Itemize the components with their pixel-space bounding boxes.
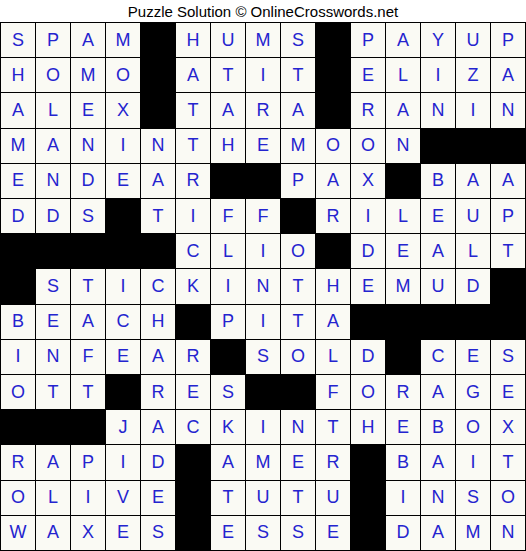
crossword-grid: SPAMHUMSPAYUPHOMOATITELIZAALEXTARARANINM… — [0, 22, 526, 551]
letter-cell: A — [281, 93, 315, 127]
black-cell — [211, 164, 245, 198]
letter-cell: R — [246, 93, 280, 127]
letter-cell: X — [106, 93, 140, 127]
letter-cell: M — [246, 445, 280, 479]
letter-cell: H — [211, 129, 245, 163]
letter-cell: P — [491, 199, 525, 233]
letter-cell: T — [281, 481, 315, 515]
letter-cell: U — [316, 481, 350, 515]
letter-cell: U — [421, 269, 455, 303]
letter-cell: E — [1, 164, 35, 198]
letter-cell: I — [211, 269, 245, 303]
letter-cell: A — [421, 516, 455, 550]
letter-cell: X — [71, 516, 105, 550]
black-cell — [351, 305, 385, 339]
letter-cell: M — [1, 129, 35, 163]
letter-cell: N — [281, 410, 315, 444]
letter-cell: U — [456, 23, 490, 57]
letter-cell: N — [491, 93, 525, 127]
letter-cell: T — [491, 234, 525, 268]
letter-cell: E — [316, 516, 350, 550]
black-cell — [491, 269, 525, 303]
black-cell — [106, 199, 140, 233]
letter-cell: A — [316, 164, 350, 198]
letter-cell: F — [246, 199, 280, 233]
letter-cell: S — [1, 23, 35, 57]
letter-cell: M — [106, 23, 140, 57]
letter-cell: C — [176, 410, 210, 444]
letter-cell: M — [386, 269, 420, 303]
letter-cell: H — [1, 58, 35, 92]
letter-cell: H — [351, 410, 385, 444]
letter-cell: P — [36, 23, 70, 57]
letter-cell: O — [281, 234, 315, 268]
letter-cell: F — [71, 340, 105, 374]
letter-cell: O — [456, 410, 490, 444]
black-cell — [491, 129, 525, 163]
letter-cell: I — [106, 269, 140, 303]
letter-cell: X — [491, 410, 525, 444]
letter-cell: H — [141, 305, 175, 339]
black-cell — [141, 93, 175, 127]
letter-cell: D — [71, 164, 105, 198]
letter-cell: A — [386, 93, 420, 127]
letter-cell: I — [456, 93, 490, 127]
letter-cell: O — [351, 129, 385, 163]
letter-cell: A — [36, 129, 70, 163]
letter-cell: R — [316, 199, 350, 233]
black-cell — [141, 23, 175, 57]
letter-cell: T — [281, 305, 315, 339]
letter-cell: A — [1, 93, 35, 127]
letter-cell: M — [71, 58, 105, 92]
letter-cell: R — [141, 375, 175, 409]
letter-cell: R — [316, 445, 350, 479]
letter-cell: M — [246, 23, 280, 57]
black-cell — [106, 375, 140, 409]
letter-cell: S — [456, 481, 490, 515]
letter-cell: E — [491, 375, 525, 409]
letter-cell: O — [316, 129, 350, 163]
letter-cell: T — [316, 410, 350, 444]
letter-cell: A — [141, 410, 175, 444]
letter-cell: A — [176, 58, 210, 92]
letter-cell: X — [351, 164, 385, 198]
letter-cell: E — [71, 93, 105, 127]
letter-cell: T — [281, 58, 315, 92]
letter-cell: I — [176, 199, 210, 233]
black-cell — [141, 234, 175, 268]
letter-cell: M — [456, 516, 490, 550]
letter-cell: A — [421, 234, 455, 268]
letter-cell: P — [71, 445, 105, 479]
letter-cell: L — [36, 481, 70, 515]
black-cell — [421, 129, 455, 163]
letter-cell: U — [456, 199, 490, 233]
letter-cell: S — [211, 375, 245, 409]
letter-cell: T — [176, 129, 210, 163]
letter-cell: D — [386, 516, 420, 550]
black-cell — [386, 340, 420, 374]
letter-cell: E — [141, 481, 175, 515]
letter-cell: N — [36, 164, 70, 198]
letter-cell: A — [386, 23, 420, 57]
letter-cell: B — [1, 305, 35, 339]
letter-cell: A — [491, 164, 525, 198]
letter-cell: R — [1, 445, 35, 479]
letter-cell: N — [141, 129, 175, 163]
letter-cell: V — [106, 481, 140, 515]
black-cell — [281, 375, 315, 409]
letter-cell: R — [176, 340, 210, 374]
letter-cell: M — [281, 129, 315, 163]
black-cell — [1, 234, 35, 268]
letter-cell: I — [386, 481, 420, 515]
letter-cell: T — [211, 58, 245, 92]
letter-cell: Y — [421, 23, 455, 57]
letter-cell: E — [351, 58, 385, 92]
letter-cell: N — [386, 129, 420, 163]
letter-cell: I — [246, 305, 280, 339]
letter-cell: E — [351, 269, 385, 303]
letter-cell: O — [36, 58, 70, 92]
letter-cell: A — [211, 93, 245, 127]
black-cell — [491, 305, 525, 339]
black-cell — [246, 375, 280, 409]
black-cell — [211, 340, 245, 374]
letter-cell: E — [386, 410, 420, 444]
letter-cell: E — [211, 516, 245, 550]
letter-cell: S — [246, 516, 280, 550]
letter-cell: F — [211, 199, 245, 233]
letter-cell: A — [36, 445, 70, 479]
letter-cell: T — [36, 375, 70, 409]
black-cell — [1, 410, 35, 444]
black-cell — [176, 481, 210, 515]
letter-cell: I — [246, 234, 280, 268]
letter-cell: S — [246, 340, 280, 374]
black-cell — [141, 58, 175, 92]
letter-cell: S — [281, 23, 315, 57]
letter-cell: N — [421, 481, 455, 515]
letter-cell: A — [36, 516, 70, 550]
black-cell — [176, 516, 210, 550]
letter-cell: A — [211, 445, 245, 479]
black-cell — [456, 129, 490, 163]
letter-cell: T — [141, 199, 175, 233]
page-title: Puzzle Solution © OnlineCrosswords.net — [0, 0, 526, 22]
letter-cell: O — [351, 375, 385, 409]
letter-cell: S — [491, 340, 525, 374]
letter-cell: A — [491, 58, 525, 92]
black-cell — [106, 234, 140, 268]
letter-cell: S — [281, 516, 315, 550]
letter-cell: A — [456, 164, 490, 198]
black-cell — [71, 410, 105, 444]
letter-cell: T — [211, 481, 245, 515]
letter-cell: E — [36, 305, 70, 339]
letter-cell: E — [386, 234, 420, 268]
letter-cell: L — [456, 234, 490, 268]
black-cell — [71, 234, 105, 268]
letter-cell: E — [421, 199, 455, 233]
letter-cell: A — [421, 445, 455, 479]
letter-cell: F — [316, 375, 350, 409]
letter-cell: A — [141, 340, 175, 374]
letter-cell: G — [456, 375, 490, 409]
letter-cell: R — [351, 93, 385, 127]
letter-cell: E — [106, 516, 140, 550]
letter-cell: N — [421, 93, 455, 127]
black-cell — [176, 445, 210, 479]
black-cell — [316, 58, 350, 92]
letter-cell: T — [71, 375, 105, 409]
letter-cell: S — [71, 199, 105, 233]
letter-cell: Z — [456, 58, 490, 92]
letter-cell: S — [141, 516, 175, 550]
black-cell — [351, 516, 385, 550]
letter-cell: O — [1, 375, 35, 409]
letter-cell: L — [316, 340, 350, 374]
letter-cell: K — [176, 269, 210, 303]
letter-cell: L — [386, 58, 420, 92]
letter-cell: O — [281, 340, 315, 374]
black-cell — [36, 410, 70, 444]
letter-cell: C — [176, 234, 210, 268]
letter-cell: H — [176, 23, 210, 57]
letter-cell: A — [71, 305, 105, 339]
black-cell — [281, 199, 315, 233]
letter-cell: C — [421, 340, 455, 374]
letter-cell: E — [176, 375, 210, 409]
letter-cell: I — [1, 340, 35, 374]
letter-cell: A — [421, 375, 455, 409]
letter-cell: B — [421, 164, 455, 198]
letter-cell: I — [351, 199, 385, 233]
letter-cell: A — [71, 23, 105, 57]
letter-cell: N — [71, 129, 105, 163]
letter-cell: L — [386, 199, 420, 233]
letter-cell: D — [36, 199, 70, 233]
letter-cell: A — [316, 305, 350, 339]
letter-cell: E — [246, 129, 280, 163]
letter-cell: T — [491, 445, 525, 479]
letter-cell: O — [106, 58, 140, 92]
letter-cell: D — [351, 340, 385, 374]
black-cell — [316, 93, 350, 127]
letter-cell: R — [386, 375, 420, 409]
black-cell — [316, 234, 350, 268]
letter-cell: D — [1, 199, 35, 233]
letter-cell: E — [106, 340, 140, 374]
letter-cell: E — [106, 164, 140, 198]
letter-cell: K — [211, 410, 245, 444]
letter-cell: I — [246, 410, 280, 444]
letter-cell: T — [281, 269, 315, 303]
letter-cell: P — [281, 164, 315, 198]
letter-cell: N — [246, 269, 280, 303]
letter-cell: L — [211, 234, 245, 268]
letter-cell: N — [491, 516, 525, 550]
letter-cell: E — [281, 445, 315, 479]
letter-cell: P — [211, 305, 245, 339]
letter-cell: I — [106, 445, 140, 479]
letter-cell: O — [1, 481, 35, 515]
letter-cell: T — [71, 269, 105, 303]
letter-cell: U — [246, 481, 280, 515]
letter-cell: U — [211, 23, 245, 57]
black-cell — [421, 305, 455, 339]
black-cell — [176, 305, 210, 339]
letter-cell: D — [456, 269, 490, 303]
black-cell — [246, 164, 280, 198]
letter-cell: E — [456, 340, 490, 374]
letter-cell: D — [141, 445, 175, 479]
letter-cell: I — [246, 58, 280, 92]
letter-cell: N — [36, 340, 70, 374]
black-cell — [351, 445, 385, 479]
black-cell — [456, 305, 490, 339]
black-cell — [316, 23, 350, 57]
letter-cell: L — [36, 93, 70, 127]
letter-cell: B — [386, 445, 420, 479]
black-cell — [1, 269, 35, 303]
letter-cell: I — [456, 445, 490, 479]
letter-cell: C — [106, 305, 140, 339]
letter-cell: O — [491, 481, 525, 515]
letter-cell: C — [141, 269, 175, 303]
letter-cell: D — [351, 234, 385, 268]
letter-cell: I — [71, 481, 105, 515]
letter-cell: I — [106, 129, 140, 163]
black-cell — [386, 305, 420, 339]
letter-cell: I — [421, 58, 455, 92]
black-cell — [386, 164, 420, 198]
letter-cell: S — [36, 269, 70, 303]
letter-cell: T — [176, 93, 210, 127]
letter-cell: P — [351, 23, 385, 57]
letter-cell: A — [141, 164, 175, 198]
letter-cell: H — [316, 269, 350, 303]
black-cell — [36, 234, 70, 268]
letter-cell: B — [421, 410, 455, 444]
letter-cell: P — [491, 23, 525, 57]
letter-cell: J — [106, 410, 140, 444]
letter-cell: R — [176, 164, 210, 198]
black-cell — [351, 481, 385, 515]
letter-cell: W — [1, 516, 35, 550]
